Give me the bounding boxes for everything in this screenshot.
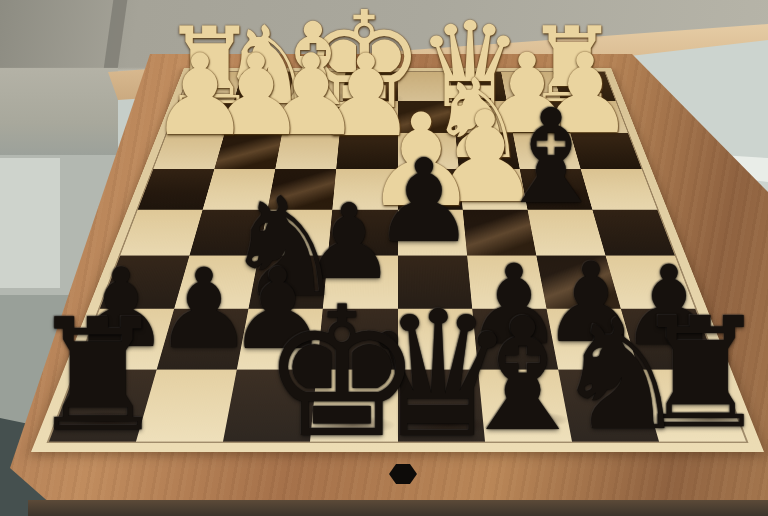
scene: ♜♛♚♝♞♜♟♟♞♟♟♟♟♟♟♝♟♟♞♟♟♟♟♟♟♜♞♝♛♚♜ (0, 0, 768, 516)
black-bishop-b4[interactable]: ♝ (493, 92, 610, 222)
white-pawn-h2[interactable]: ♟ (150, 39, 250, 151)
black-rook-h8[interactable]: ♜ (29, 298, 168, 453)
pieces-layer: ♜♛♚♝♞♜♟♟♞♟♟♟♟♟♟♝♟♟♞♟♟♟♟♟♟♜♞♝♛♚♜ (0, 0, 768, 516)
black-king-e8[interactable]: ♚ (261, 283, 422, 463)
